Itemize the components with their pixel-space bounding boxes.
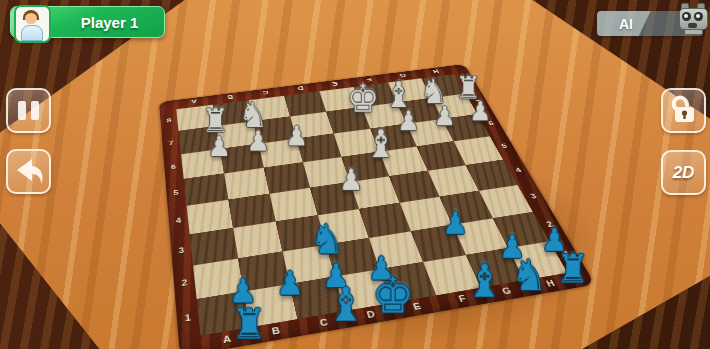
rank-label-8: 8 — [163, 117, 175, 124]
piece-white-p-f3[interactable]: ♟ — [423, 206, 477, 241]
rank-label-5: 5 — [497, 142, 512, 149]
pause-button[interactable] — [6, 88, 51, 133]
square-a5[interactable] — [184, 173, 229, 205]
piece-black-p-a7[interactable]: ♟ — [197, 134, 240, 163]
undo-button[interactable] — [6, 149, 51, 194]
undo-arrow-icon — [12, 155, 45, 188]
file-label-a: A — [188, 98, 200, 104]
rank-label-3: 3 — [526, 192, 542, 200]
player-avatar — [14, 5, 51, 43]
square-h3[interactable] — [479, 185, 533, 218]
rank-label-5: 5 — [169, 189, 183, 197]
ai-name-label: AI — [619, 11, 633, 36]
view-2d-button[interactable]: 2D — [661, 150, 706, 195]
piece-black-k-e8[interactable]: ♚ — [338, 94, 381, 119]
piece-white-r-a1[interactable]: ♜ — [220, 304, 274, 349]
piece-black-b-e6[interactable]: ♝ — [354, 136, 401, 165]
rank-label-4: 4 — [172, 216, 186, 225]
player-name-label: Player 1 — [59, 7, 160, 37]
piece-white-b-c1[interactable]: ♝ — [314, 288, 371, 332]
robot-icon — [678, 2, 708, 36]
lock-button[interactable] — [661, 88, 706, 133]
view-2d-label: 2D — [663, 152, 704, 193]
rank-label-7: 7 — [165, 139, 178, 146]
square-c5[interactable] — [264, 162, 310, 193]
player-banner: Player 1 — [10, 6, 165, 38]
open-padlock-icon — [667, 94, 700, 127]
rank-label-6: 6 — [167, 163, 180, 171]
piece-black-p-d5[interactable]: ♟ — [324, 165, 372, 197]
rank-label-1: 1 — [180, 312, 196, 323]
pause-icon — [18, 101, 26, 120]
avatar-face — [25, 13, 37, 24]
avatar-torso — [21, 25, 43, 41]
rank-label-4: 4 — [511, 166, 526, 174]
piece-white-b-f1[interactable]: ♝ — [448, 266, 507, 308]
file-label-d: D — [294, 85, 306, 91]
square-b4[interactable] — [228, 194, 275, 228]
rank-label-3: 3 — [174, 246, 189, 256]
rank-label-2: 2 — [177, 278, 192, 289]
